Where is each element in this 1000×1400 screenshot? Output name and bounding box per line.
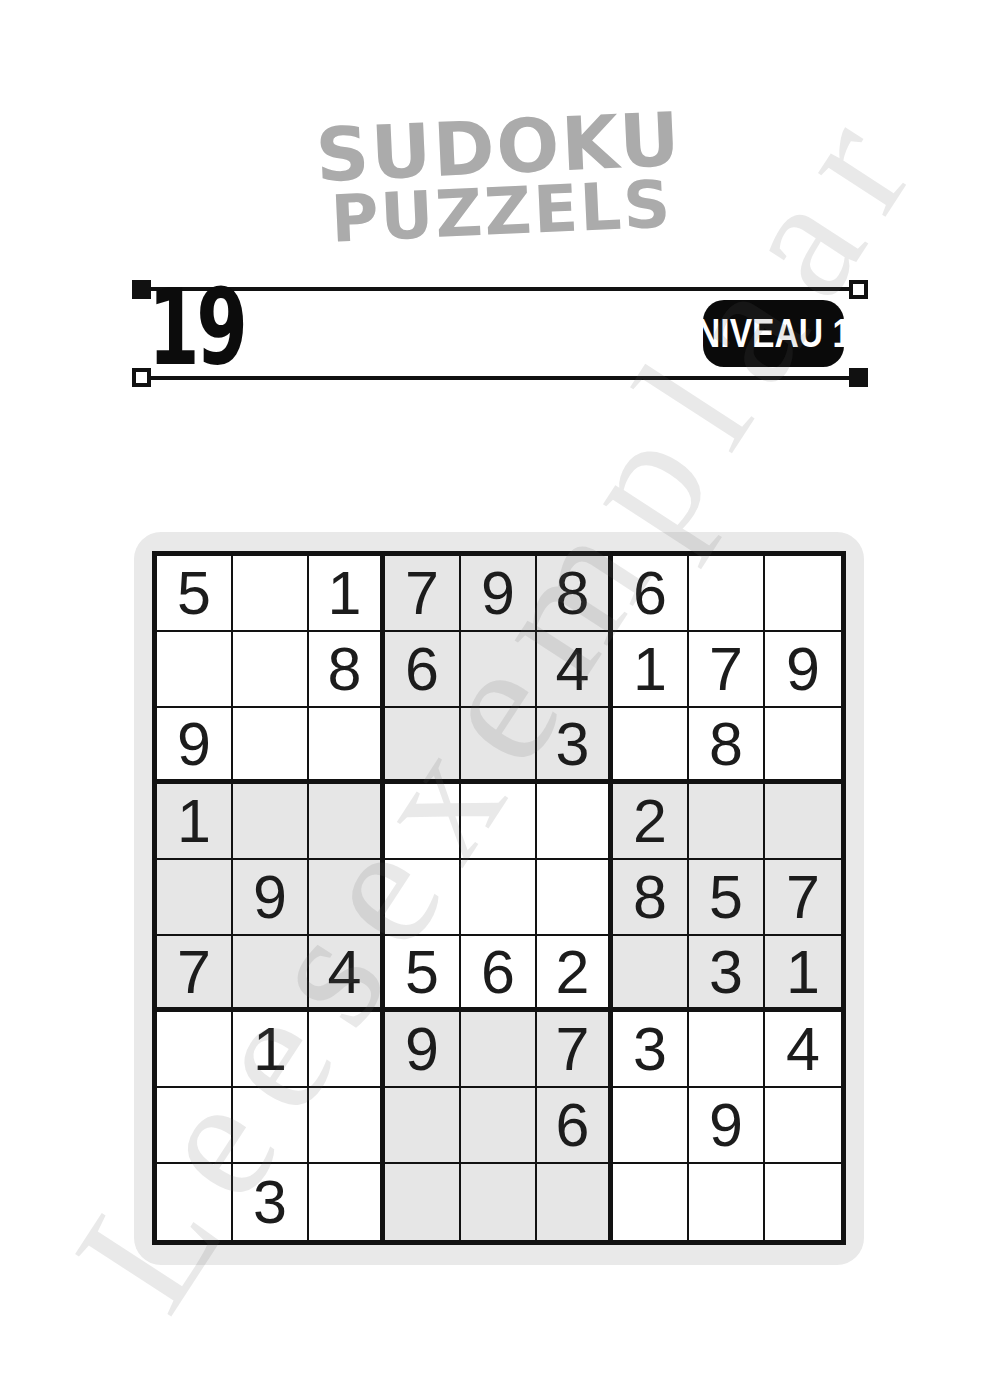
- cell-r6c3: 4: [309, 936, 385, 1012]
- given-digit: 2: [556, 937, 590, 1007]
- cell-r8c2: [233, 1088, 309, 1164]
- cell-r8c7: [613, 1088, 689, 1164]
- cell-r8c1: [157, 1088, 233, 1164]
- given-digit: 6: [481, 937, 515, 1007]
- cell-r6c5: 6: [461, 936, 537, 1012]
- cell-r4c5: [461, 784, 537, 860]
- given-digit: 1: [786, 937, 820, 1007]
- cell-r5c2: 9: [233, 860, 309, 936]
- given-digit: 4: [556, 634, 590, 704]
- cell-r4c1: 1: [157, 784, 233, 860]
- bottom-rule-line: [150, 376, 850, 380]
- cell-r7c5: [461, 1012, 537, 1088]
- given-digit: 9: [481, 558, 515, 628]
- cell-r5c4: [385, 860, 461, 936]
- cell-r3c6: 3: [537, 708, 613, 784]
- cell-r9c1: [157, 1164, 233, 1240]
- cell-r5c6: [537, 860, 613, 936]
- cell-r7c2: 1: [233, 1012, 309, 1088]
- cell-r9c2: 3: [233, 1164, 309, 1240]
- given-digit: 6: [556, 1090, 590, 1160]
- given-digit: 5: [709, 862, 743, 932]
- cell-r2c9: 9: [765, 632, 841, 708]
- cell-r2c1: [157, 632, 233, 708]
- cell-r2c2: [233, 632, 309, 708]
- given-digit: 8: [709, 709, 743, 779]
- cell-r9c5: [461, 1164, 537, 1240]
- cell-r4c9: [765, 784, 841, 860]
- cell-r8c5: [461, 1088, 537, 1164]
- cell-r6c7: [613, 936, 689, 1012]
- cell-r4c2: [233, 784, 309, 860]
- cell-r1c2: [233, 556, 309, 632]
- given-digit: 6: [633, 558, 667, 628]
- cell-r3c7: [613, 708, 689, 784]
- cell-r8c3: [309, 1088, 385, 1164]
- cell-r3c4: [385, 708, 461, 784]
- cell-r7c4: 9: [385, 1012, 461, 1088]
- given-digit: 9: [177, 709, 211, 779]
- cell-r1c9: [765, 556, 841, 632]
- given-digit: 7: [709, 634, 743, 704]
- given-digit: 2: [633, 786, 667, 856]
- cell-r1c1: 5: [157, 556, 233, 632]
- cell-r6c9: 1: [765, 936, 841, 1012]
- given-digit: 8: [633, 862, 667, 932]
- given-digit: 7: [177, 937, 211, 1007]
- given-digit: 4: [786, 1014, 820, 1084]
- cell-r7c9: 4: [765, 1012, 841, 1088]
- given-digit: 8: [556, 558, 590, 628]
- top-right-hollow-square: [849, 280, 868, 299]
- cell-r3c3: [309, 708, 385, 784]
- given-digit: 1: [633, 634, 667, 704]
- cell-r1c3: 1: [309, 556, 385, 632]
- cell-r7c8: [689, 1012, 765, 1088]
- cell-r7c6: 7: [537, 1012, 613, 1088]
- cell-r5c1: [157, 860, 233, 936]
- cell-r2c7: 1: [613, 632, 689, 708]
- cell-r3c5: [461, 708, 537, 784]
- cell-r4c4: [385, 784, 461, 860]
- given-digit: 3: [253, 1167, 287, 1237]
- given-digit: 7: [556, 1014, 590, 1084]
- cell-r6c2: [233, 936, 309, 1012]
- page-title: SUDOKU PUZZELS: [0, 93, 1000, 266]
- cell-r4c6: [537, 784, 613, 860]
- cell-r2c3: 8: [309, 632, 385, 708]
- cell-r4c8: [689, 784, 765, 860]
- given-digit: 7: [405, 558, 439, 628]
- cell-r4c7: 2: [613, 784, 689, 860]
- puzzle-number: 19: [148, 287, 244, 370]
- cell-r2c5: [461, 632, 537, 708]
- cell-r8c6: 6: [537, 1088, 613, 1164]
- given-digit: 9: [253, 862, 287, 932]
- given-digit: 5: [405, 937, 439, 1007]
- level-badge-label: NIVEAU 1: [696, 310, 851, 357]
- cell-r9c7: [613, 1164, 689, 1240]
- cell-r9c8: [689, 1164, 765, 1240]
- given-digit: 1: [177, 786, 211, 856]
- cell-r5c8: 5: [689, 860, 765, 936]
- bottom-right-filled-square: [849, 368, 868, 387]
- cell-r1c6: 8: [537, 556, 613, 632]
- given-digit: 9: [786, 634, 820, 704]
- cell-r1c8: [689, 556, 765, 632]
- cell-r6c6: 2: [537, 936, 613, 1012]
- given-digit: 4: [328, 937, 362, 1007]
- cell-r8c4: [385, 1088, 461, 1164]
- given-digit: 9: [405, 1014, 439, 1084]
- cell-r2c4: 6: [385, 632, 461, 708]
- cell-r9c6: [537, 1164, 613, 1240]
- cell-r9c4: [385, 1164, 461, 1240]
- cell-r7c7: 3: [613, 1012, 689, 1088]
- given-digit: 9: [709, 1090, 743, 1160]
- given-digit: 7: [786, 862, 820, 932]
- cell-r3c1: 9: [157, 708, 233, 784]
- given-digit: 3: [709, 937, 743, 1007]
- given-digit: 3: [556, 709, 590, 779]
- cell-r3c9: [765, 708, 841, 784]
- cell-r5c5: [461, 860, 537, 936]
- given-digit: 8: [328, 634, 362, 704]
- level-badge: NIVEAU 1: [703, 300, 844, 367]
- cell-r5c7: 8: [613, 860, 689, 936]
- cell-r8c9: [765, 1088, 841, 1164]
- cell-r2c8: 7: [689, 632, 765, 708]
- cell-r9c9: [765, 1164, 841, 1240]
- sudoku-grid: 517986864179938129857745623119734693: [152, 551, 846, 1245]
- cell-r2c6: 4: [537, 632, 613, 708]
- cell-r3c2: [233, 708, 309, 784]
- cell-r6c8: 3: [689, 936, 765, 1012]
- cell-r4c3: [309, 784, 385, 860]
- top-rule-line: [150, 287, 850, 291]
- given-digit: 6: [405, 634, 439, 704]
- cell-r7c3: [309, 1012, 385, 1088]
- given-digit: 1: [253, 1014, 287, 1084]
- given-digit: 5: [177, 558, 211, 628]
- cell-r6c4: 5: [385, 936, 461, 1012]
- cell-r5c9: 7: [765, 860, 841, 936]
- cell-r3c8: 8: [689, 708, 765, 784]
- cell-r9c3: [309, 1164, 385, 1240]
- cell-r1c7: 6: [613, 556, 689, 632]
- given-digit: 3: [633, 1014, 667, 1084]
- given-digit: 1: [328, 558, 362, 628]
- cell-r7c1: [157, 1012, 233, 1088]
- cell-r6c1: 7: [157, 936, 233, 1012]
- cell-r5c3: [309, 860, 385, 936]
- cell-r1c5: 9: [461, 556, 537, 632]
- cell-r8c8: 9: [689, 1088, 765, 1164]
- cell-r1c4: 7: [385, 556, 461, 632]
